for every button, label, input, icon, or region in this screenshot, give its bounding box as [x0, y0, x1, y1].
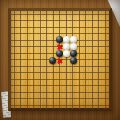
white-stone [63, 36, 70, 43]
white-stone [70, 43, 77, 50]
black-stone [70, 57, 77, 64]
white-stone [63, 50, 70, 57]
board-surface [11, 11, 109, 108]
gomoku-board[interactable] [8, 8, 112, 111]
black-stone [49, 57, 56, 64]
x-marker-icon[interactable] [56, 43, 63, 50]
white-stone [70, 36, 77, 43]
table-scene [0, 0, 120, 120]
black-stone [56, 50, 63, 57]
black-stone [70, 50, 77, 57]
x-marker-icon[interactable] [56, 57, 63, 64]
board-grid[interactable] [11, 11, 109, 109]
white-stone [63, 43, 70, 50]
black-stone [56, 36, 63, 43]
